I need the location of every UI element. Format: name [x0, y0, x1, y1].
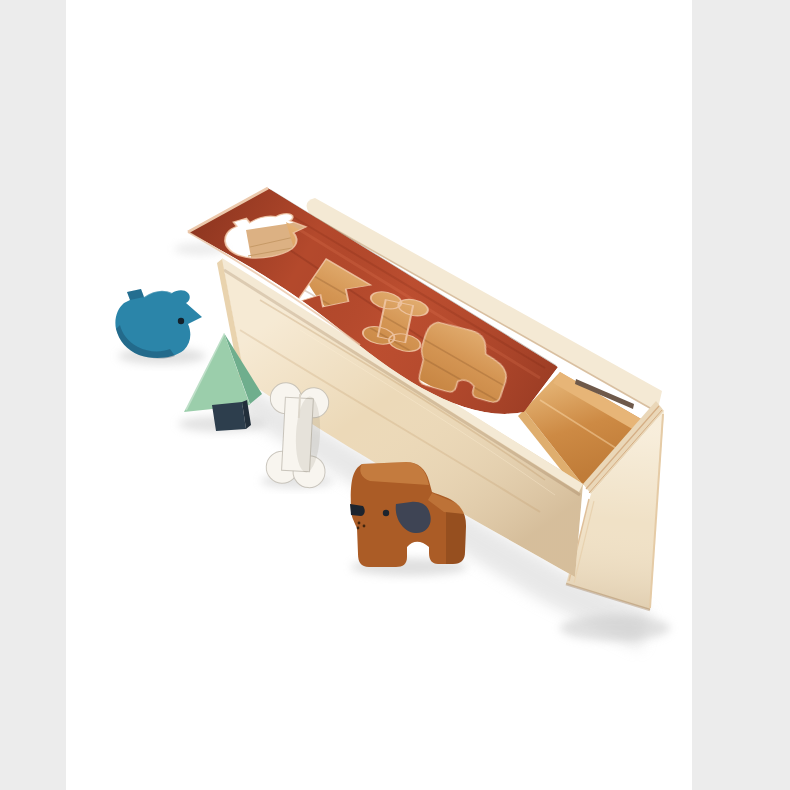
- bird-eye: [178, 318, 184, 324]
- box-end-shadow: [560, 615, 670, 641]
- dog-whisker-dot-1: [358, 522, 361, 525]
- right-margin-panel: [692, 0, 790, 790]
- left-margin-panel: [0, 0, 66, 790]
- product-photo-stage: [0, 0, 790, 790]
- tree-trunk: [212, 402, 246, 431]
- dog-whisker-dot-2: [363, 525, 366, 528]
- bone-crease: [299, 394, 300, 418]
- shape-sorter-photo: [0, 0, 790, 790]
- dog-whisker-dot-3: [357, 527, 360, 530]
- dog-eye: [383, 510, 389, 516]
- dog-side-shade: [446, 512, 466, 564]
